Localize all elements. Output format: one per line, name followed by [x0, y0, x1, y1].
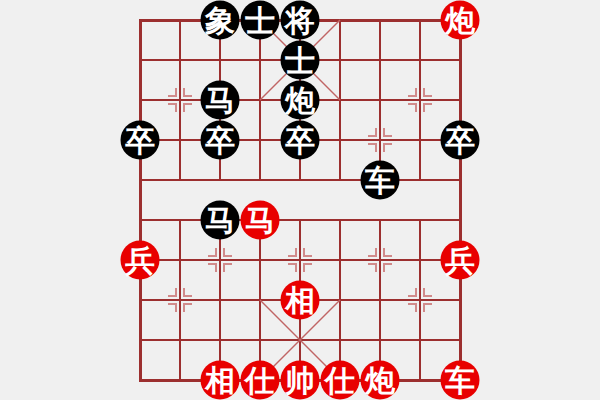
- piece-red-advisor[interactable]: 仕: [241, 361, 280, 400]
- piece-red-elephant[interactable]: 相: [281, 281, 320, 320]
- piece-red-soldier[interactable]: 兵: [121, 241, 160, 280]
- piece-glyph: 马: [205, 81, 235, 120]
- piece-black-soldier[interactable]: 卒: [201, 121, 240, 160]
- piece-red-elephant[interactable]: 相: [201, 361, 240, 400]
- piece-glyph: 将: [285, 1, 315, 40]
- xiangqi-board[interactable]: 象士将炮士马炮卒卒卒卒车马马兵兵相相仕帅仕炮车: [0, 0, 600, 400]
- piece-red-horse[interactable]: 马: [241, 201, 280, 240]
- piece-black-elephant[interactable]: 象: [201, 1, 240, 40]
- piece-glyph: 炮: [445, 1, 475, 40]
- app-background: 象士将炮士马炮卒卒卒卒车马马兵兵相相仕帅仕炮车: [0, 0, 600, 400]
- piece-black-chariot[interactable]: 车: [361, 161, 400, 200]
- piece-black-advisor[interactable]: 士: [241, 1, 280, 40]
- piece-red-chariot[interactable]: 车: [441, 361, 480, 400]
- piece-black-horse[interactable]: 马: [201, 81, 240, 120]
- piece-black-cannon[interactable]: 炮: [281, 81, 320, 120]
- piece-glyph: 士: [285, 41, 315, 80]
- piece-glyph: 士: [245, 1, 275, 40]
- piece-glyph: 卒: [205, 121, 235, 160]
- piece-red-general[interactable]: 帅: [281, 361, 320, 400]
- piece-glyph: 兵: [445, 241, 475, 280]
- piece-glyph: 兵: [125, 241, 155, 280]
- piece-glyph: 车: [445, 361, 475, 400]
- piece-glyph: 车: [365, 161, 395, 200]
- piece-red-soldier[interactable]: 兵: [441, 241, 480, 280]
- piece-glyph: 炮: [285, 81, 315, 120]
- piece-glyph: 仕: [245, 361, 275, 400]
- piece-glyph: 卒: [285, 121, 315, 160]
- piece-glyph: 仕: [325, 361, 355, 400]
- piece-glyph: 卒: [125, 121, 155, 160]
- piece-glyph: 帅: [285, 361, 315, 400]
- piece-glyph: 马: [245, 201, 275, 240]
- piece-glyph: 相: [205, 361, 235, 400]
- piece-glyph: 相: [285, 281, 315, 320]
- piece-red-advisor[interactable]: 仕: [321, 361, 360, 400]
- piece-glyph: 马: [205, 201, 235, 240]
- piece-black-general[interactable]: 将: [281, 1, 320, 40]
- piece-glyph: 卒: [445, 121, 475, 160]
- piece-black-soldier[interactable]: 卒: [441, 121, 480, 160]
- piece-glyph: 象: [205, 1, 235, 40]
- piece-red-cannon[interactable]: 炮: [441, 1, 480, 40]
- piece-black-soldier[interactable]: 卒: [121, 121, 160, 160]
- piece-glyph: 炮: [365, 361, 395, 400]
- piece-black-soldier[interactable]: 卒: [281, 121, 320, 160]
- piece-black-advisor[interactable]: 士: [281, 41, 320, 80]
- piece-red-cannon[interactable]: 炮: [361, 361, 400, 400]
- piece-black-horse[interactable]: 马: [201, 201, 240, 240]
